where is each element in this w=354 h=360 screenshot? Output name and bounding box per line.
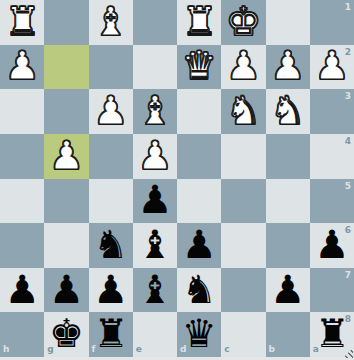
white-bishop-e3[interactable]: ♝ <box>137 91 172 130</box>
square-h8[interactable]: h <box>0 312 44 357</box>
black-knight-f6[interactable]: ♞ <box>93 225 128 264</box>
black-queen-d8[interactable]: ♛ <box>182 314 217 353</box>
white-pawn-b2[interactable]: ♟ <box>270 46 305 85</box>
square-e7[interactable]: ♝ <box>133 268 177 313</box>
white-knight-c3[interactable]: ♞ <box>226 91 261 130</box>
square-f2[interactable] <box>89 45 133 90</box>
square-h4[interactable] <box>0 134 44 179</box>
file-label-a: a <box>313 345 319 354</box>
square-a2[interactable]: ♟2 <box>310 45 354 90</box>
white-pawn-f3[interactable]: ♟ <box>93 91 128 130</box>
square-e4[interactable]: ♟ <box>133 134 177 179</box>
square-g5[interactable] <box>44 179 88 224</box>
white-king-c1[interactable]: ♚ <box>226 2 261 41</box>
black-pawn-d6[interactable]: ♟ <box>182 225 217 264</box>
square-g6[interactable] <box>44 223 88 268</box>
square-c6[interactable] <box>221 223 265 268</box>
white-bishop-f1[interactable]: ♝ <box>93 2 128 41</box>
file-label-f: f <box>92 345 96 354</box>
square-c7[interactable] <box>221 268 265 313</box>
square-e5[interactable]: ♟ <box>133 179 177 224</box>
square-g3[interactable] <box>44 89 88 134</box>
square-c5[interactable] <box>221 179 265 224</box>
square-e1[interactable] <box>133 0 177 45</box>
square-d6[interactable]: ♟ <box>177 223 221 268</box>
black-bishop-e6[interactable]: ♝ <box>137 225 172 264</box>
square-c4[interactable] <box>221 134 265 179</box>
square-f7[interactable]: ♟ <box>89 268 133 313</box>
square-c8[interactable]: c <box>221 312 265 357</box>
square-g2[interactable] <box>44 45 88 90</box>
chess-app: ♜♝♜♚1♟♛♟♟♟2♟♝♞♞3♟♟4♟5♞♝♟♟6♟♟♟♝♞♟7h♚g♜fe♛… <box>0 0 354 360</box>
square-e3[interactable]: ♝ <box>133 89 177 134</box>
square-c3[interactable]: ♞ <box>221 89 265 134</box>
square-a5[interactable]: 5 <box>310 179 354 224</box>
square-f8[interactable]: ♜f <box>89 312 133 357</box>
black-pawn-h7[interactable]: ♟ <box>5 270 40 309</box>
square-g1[interactable] <box>44 0 88 45</box>
chess-board: ♜♝♜♚1♟♛♟♟♟2♟♝♞♞3♟♟4♟5♞♝♟♟6♟♟♟♝♞♟7h♚g♜fe♛… <box>0 0 354 357</box>
square-b6[interactable] <box>266 223 310 268</box>
square-f4[interactable] <box>89 134 133 179</box>
square-e8[interactable]: e <box>133 312 177 357</box>
square-g8[interactable]: ♚g <box>44 312 88 357</box>
square-d5[interactable] <box>177 179 221 224</box>
file-label-h: h <box>3 345 9 354</box>
square-b3[interactable]: ♞ <box>266 89 310 134</box>
rank-label-6: 6 <box>345 226 351 235</box>
rank-label-1: 1 <box>345 3 351 12</box>
file-label-b: b <box>269 345 275 354</box>
black-pawn-b7[interactable]: ♟ <box>270 270 305 309</box>
square-f3[interactable]: ♟ <box>89 89 133 134</box>
white-pawn-g4[interactable]: ♟ <box>49 136 84 175</box>
black-king-g8[interactable]: ♚ <box>49 314 84 353</box>
square-b1[interactable] <box>266 0 310 45</box>
square-h1[interactable]: ♜ <box>0 0 44 45</box>
square-g4[interactable]: ♟ <box>44 134 88 179</box>
square-b4[interactable] <box>266 134 310 179</box>
rank-label-2: 2 <box>345 48 351 57</box>
square-d4[interactable] <box>177 134 221 179</box>
file-label-e: e <box>136 345 142 354</box>
square-a3[interactable]: 3 <box>310 89 354 134</box>
square-e2[interactable] <box>133 45 177 90</box>
black-bishop-e7[interactable]: ♝ <box>137 270 172 309</box>
square-b5[interactable] <box>266 179 310 224</box>
square-b8[interactable]: b <box>266 312 310 357</box>
square-d7[interactable]: ♞ <box>177 268 221 313</box>
white-pawn-e4[interactable]: ♟ <box>137 136 172 175</box>
file-label-d: d <box>180 345 186 354</box>
square-a1[interactable]: 1 <box>310 0 354 45</box>
white-knight-b3[interactable]: ♞ <box>270 91 305 130</box>
square-h6[interactable] <box>0 223 44 268</box>
black-knight-d7[interactable]: ♞ <box>182 270 217 309</box>
square-d8[interactable]: ♛d <box>177 312 221 357</box>
rank-label-4: 4 <box>345 137 351 146</box>
rank-label-8: 8 <box>345 315 351 324</box>
black-pawn-g7[interactable]: ♟ <box>49 270 84 309</box>
square-h5[interactable] <box>0 179 44 224</box>
square-e6[interactable]: ♝ <box>133 223 177 268</box>
square-d3[interactable] <box>177 89 221 134</box>
square-b7[interactable]: ♟ <box>266 268 310 313</box>
file-label-c: c <box>224 345 229 354</box>
square-a8[interactable]: ♜a8 <box>310 312 354 357</box>
square-d2[interactable]: ♛ <box>177 45 221 90</box>
square-d1[interactable]: ♜ <box>177 0 221 45</box>
white-rook-h1[interactable]: ♜ <box>5 2 40 41</box>
rank-label-3: 3 <box>345 92 351 101</box>
square-f1[interactable]: ♝ <box>89 0 133 45</box>
black-rook-f8[interactable]: ♜ <box>93 314 128 353</box>
black-pawn-f7[interactable]: ♟ <box>93 270 128 309</box>
square-a7[interactable]: 7 <box>310 268 354 313</box>
square-h2[interactable]: ♟ <box>0 45 44 90</box>
square-a4[interactable]: 4 <box>310 134 354 179</box>
square-c2[interactable]: ♟ <box>221 45 265 90</box>
white-pawn-h2[interactable]: ♟ <box>5 46 40 85</box>
white-rook-d1[interactable]: ♜ <box>182 2 217 41</box>
square-h7[interactable]: ♟ <box>0 268 44 313</box>
square-a6[interactable]: ♟6 <box>310 223 354 268</box>
square-h3[interactable] <box>0 89 44 134</box>
square-b2[interactable]: ♟ <box>266 45 310 90</box>
rank-label-7: 7 <box>345 271 351 280</box>
rank-label-5: 5 <box>345 182 351 191</box>
square-g7[interactable]: ♟ <box>44 268 88 313</box>
square-f6[interactable]: ♞ <box>89 223 133 268</box>
file-label-g: g <box>47 345 53 354</box>
black-pawn-e5[interactable]: ♟ <box>137 180 172 219</box>
white-pawn-c2[interactable]: ♟ <box>226 46 261 85</box>
square-c1[interactable]: ♚ <box>221 0 265 45</box>
square-f5[interactable] <box>89 179 133 224</box>
white-queen-d2[interactable]: ♛ <box>182 46 217 85</box>
